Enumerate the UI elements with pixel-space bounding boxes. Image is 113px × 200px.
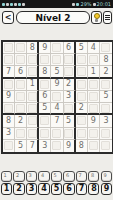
- given-digit: 6: [42, 92, 47, 100]
- cell-r9c4[interactable]: 3: [39, 140, 51, 152]
- cell-r1c1[interactable]: [3, 42, 15, 54]
- cell-r7c8[interactable]: 9: [88, 115, 100, 127]
- pencil-digit-label: 7: [78, 173, 81, 178]
- cell-r1c7[interactable]: 5: [76, 42, 88, 54]
- pencil-digit-label: 5: [53, 173, 56, 178]
- given-digit: 1: [91, 68, 96, 76]
- battery-icon: [93, 3, 96, 6]
- cell-r1c6[interactable]: 6: [64, 42, 76, 54]
- cell-r8c5[interactable]: [51, 128, 63, 140]
- empty-cell-inset: [101, 141, 110, 150]
- empty-cell-inset: [89, 129, 98, 138]
- given-digit: 1: [30, 80, 35, 88]
- digit-button-2[interactable]: 2: [13, 183, 24, 195]
- cell-r8c9[interactable]: [100, 128, 112, 140]
- digit-label: 7: [79, 185, 85, 193]
- digit-button-8[interactable]: 8: [88, 183, 99, 195]
- given-digit: 4: [54, 104, 59, 112]
- digit-numpad-row: 123456789: [1, 183, 112, 195]
- empty-cell-inset: [28, 67, 37, 76]
- cell-r8c7[interactable]: [76, 128, 88, 140]
- cell-r3c3[interactable]: [27, 66, 39, 78]
- given-digit: 2: [103, 68, 108, 76]
- cell-r3c8[interactable]: 1: [88, 66, 100, 78]
- cell-r2c9[interactable]: 8: [100, 54, 112, 66]
- cell-r1c5[interactable]: [51, 42, 63, 54]
- digit-label: 3: [29, 185, 35, 193]
- cell-r7c3[interactable]: [27, 115, 39, 127]
- pencil-button-1[interactable]: 1: [1, 171, 12, 182]
- empty-cell-inset: [52, 43, 61, 52]
- cell-r6c7[interactable]: 2: [76, 103, 88, 115]
- empty-cell-inset: [77, 80, 86, 89]
- given-digit: 9: [42, 44, 47, 52]
- digit-label: 9: [104, 185, 110, 193]
- empty-cell-inset: [40, 116, 49, 125]
- cell-r2c7[interactable]: [76, 54, 88, 66]
- header: < Nível 2: [0, 8, 113, 28]
- given-digit: 8: [30, 44, 35, 52]
- empty-cell-inset: [4, 141, 13, 150]
- empty-cell-inset: [77, 129, 86, 138]
- empty-cell-inset: [101, 80, 110, 89]
- cell-r3c6[interactable]: [64, 66, 76, 78]
- empty-cell-inset: [64, 67, 73, 76]
- given-digit: 3: [66, 92, 71, 100]
- empty-cell-inset: [77, 92, 86, 101]
- battery-percent: 29%: [80, 0, 91, 8]
- cell-r4c4[interactable]: [39, 79, 51, 91]
- cell-r7c1[interactable]: 8: [3, 115, 15, 127]
- cell-r9c9[interactable]: [100, 140, 112, 152]
- empty-cell-inset: [40, 55, 49, 64]
- cell-r6c6[interactable]: [64, 103, 76, 115]
- empty-cell-inset: [101, 129, 110, 138]
- cell-r9c7[interactable]: 8: [76, 140, 88, 152]
- cell-r7c2[interactable]: 2: [15, 115, 27, 127]
- cell-r5c6[interactable]: 3: [64, 91, 76, 103]
- pencil-button-2[interactable]: 2: [13, 171, 24, 182]
- empty-cell-inset: [52, 92, 61, 101]
- cell-r3c7[interactable]: [76, 66, 88, 78]
- cell-r9c8[interactable]: [88, 140, 100, 152]
- empty-cell-inset: [64, 104, 73, 113]
- empty-cell-inset: [64, 129, 73, 138]
- cell-r5c7[interactable]: [76, 91, 88, 103]
- cell-r1c2[interactable]: [15, 42, 27, 54]
- cell-r7c5[interactable]: 7: [51, 115, 63, 127]
- cell-r8c2[interactable]: [15, 128, 27, 140]
- cell-r6c5[interactable]: 4: [51, 103, 63, 115]
- cell-r6c8[interactable]: [88, 103, 100, 115]
- cell-r3c4[interactable]: 8: [39, 66, 51, 78]
- given-digit: 2: [18, 117, 23, 125]
- level-title-pill: Nível 2: [16, 11, 90, 24]
- cell-r8c3[interactable]: [27, 128, 39, 140]
- given-digit: 3: [6, 129, 11, 137]
- cell-r2c4[interactable]: [39, 54, 51, 66]
- pencil-button-4[interactable]: 4: [38, 171, 49, 182]
- digit-button-5[interactable]: 5: [51, 183, 62, 195]
- empty-cell-inset: [16, 104, 25, 113]
- cell-r4c8[interactable]: [88, 79, 100, 91]
- empty-cell-inset: [101, 43, 110, 52]
- empty-cell-inset: [28, 116, 37, 125]
- back-button[interactable]: <: [2, 11, 14, 24]
- cell-r7c7[interactable]: [76, 115, 88, 127]
- cell-r4c1[interactable]: [3, 79, 15, 91]
- cell-r2c6[interactable]: [64, 54, 76, 66]
- given-digit: 3: [42, 142, 47, 150]
- cell-r2c1[interactable]: [3, 54, 15, 66]
- empty-cell-inset: [40, 80, 49, 89]
- given-digit: 6: [18, 68, 23, 76]
- menu-button[interactable]: [103, 11, 112, 24]
- cell-r4c5[interactable]: 9: [51, 79, 63, 91]
- pencil-digit-label: 8: [91, 173, 94, 178]
- cell-r6c2[interactable]: [15, 103, 27, 115]
- given-digit: 8: [103, 56, 108, 64]
- digit-label: 1: [4, 185, 10, 193]
- pencil-numpad-row: 123456789: [1, 171, 112, 182]
- given-digit: 5: [79, 44, 84, 52]
- pencil-digit-label: 6: [66, 173, 69, 178]
- given-digit: 8: [79, 142, 84, 150]
- pencil-digit-label: 2: [16, 173, 19, 178]
- lightbulb-icon: [93, 13, 100, 22]
- cell-r3c1[interactable]: 7: [3, 66, 15, 78]
- given-digit: 9: [54, 80, 59, 88]
- cell-r5c9[interactable]: 5: [100, 91, 112, 103]
- given-digit: 7: [54, 117, 59, 125]
- signal-icon: [76, 3, 79, 6]
- digit-button-6[interactable]: 6: [63, 183, 74, 195]
- hint-button[interactable]: [91, 11, 102, 24]
- cell-r3c2[interactable]: 6: [15, 66, 27, 78]
- cell-r5c8[interactable]: [88, 91, 100, 103]
- cell-r2c8[interactable]: [88, 54, 100, 66]
- given-digit: 8: [42, 68, 47, 76]
- notification-icon: [6, 3, 9, 6]
- empty-cell-inset: [40, 129, 49, 138]
- given-digit: 2: [66, 80, 71, 88]
- digit-button-9[interactable]: 9: [101, 183, 112, 195]
- given-digit: 7: [6, 68, 11, 76]
- notification-icon: [18, 3, 21, 6]
- empty-cell-inset: [89, 55, 98, 64]
- empty-cell-inset: [52, 129, 61, 138]
- empty-cell-inset: [28, 92, 37, 101]
- sudoku-board: 8965487685121929635542827593357398: [1, 40, 113, 154]
- empty-cell-inset: [77, 116, 86, 125]
- pencil-button-6[interactable]: 6: [63, 171, 74, 182]
- pencil-button-9[interactable]: 9: [101, 171, 112, 182]
- pencil-button-3[interactable]: 3: [26, 171, 37, 182]
- digit-label: 8: [91, 185, 97, 193]
- given-digit: 5: [54, 68, 59, 76]
- hamburger-icon: [105, 15, 110, 20]
- given-digit: 4: [91, 44, 96, 52]
- digit-label: 5: [54, 185, 60, 193]
- digit-button-1[interactable]: 1: [1, 183, 12, 195]
- status-bar: 29% 20:01: [0, 0, 113, 8]
- cell-r7c4[interactable]: [39, 115, 51, 127]
- cell-r4c6[interactable]: 2: [64, 79, 76, 91]
- cell-r2c3[interactable]: [27, 54, 39, 66]
- cell-r8c1[interactable]: 3: [3, 128, 15, 140]
- pencil-digit-label: 1: [4, 173, 7, 178]
- given-digit: 2: [79, 104, 84, 112]
- pencil-digit-label: 9: [103, 173, 106, 178]
- empty-cell-inset: [89, 104, 98, 113]
- digit-button-4[interactable]: 4: [38, 183, 49, 195]
- cell-r5c3[interactable]: [27, 91, 39, 103]
- cell-r6c3[interactable]: [27, 103, 39, 115]
- empty-cell-inset: [16, 43, 25, 52]
- cell-r1c9[interactable]: [100, 42, 112, 54]
- empty-cell-inset: [16, 129, 25, 138]
- empty-cell-inset: [89, 141, 98, 150]
- empty-cell-inset: [16, 80, 25, 89]
- clock: 20:01: [97, 0, 111, 8]
- given-digit: 5: [66, 117, 71, 125]
- wifi-icon: [72, 3, 75, 6]
- empty-cell-inset: [89, 80, 98, 89]
- pencil-button-5[interactable]: 5: [51, 171, 62, 182]
- cell-r1c4[interactable]: 9: [39, 42, 51, 54]
- given-digit: 5: [18, 142, 23, 150]
- pencil-digit-label: 4: [41, 173, 44, 178]
- cell-r9c6[interactable]: 9: [64, 140, 76, 152]
- notification-icon: [2, 3, 5, 6]
- cell-r1c8[interactable]: 4: [88, 42, 100, 54]
- cell-r9c3[interactable]: 7: [27, 140, 39, 152]
- empty-cell-inset: [52, 141, 61, 150]
- empty-cell-inset: [4, 104, 13, 113]
- digit-button-3[interactable]: 3: [26, 183, 37, 195]
- given-digit: 9: [6, 92, 11, 100]
- empty-cell-inset: [16, 92, 25, 101]
- cell-r5c1[interactable]: 9: [3, 91, 15, 103]
- cell-r8c8[interactable]: [88, 128, 100, 140]
- back-chevron-icon: <: [5, 13, 12, 22]
- pencil-digit-label: 3: [28, 173, 31, 178]
- cell-r3c5[interactable]: 5: [51, 66, 63, 78]
- notification-icon: [14, 3, 17, 6]
- cell-r8c6[interactable]: [64, 128, 76, 140]
- cell-r5c2[interactable]: [15, 91, 27, 103]
- cell-r7c6[interactable]: 5: [64, 115, 76, 127]
- digit-label: 6: [66, 185, 72, 193]
- empty-cell-inset: [16, 55, 25, 64]
- given-digit: 5: [103, 92, 108, 100]
- pencil-button-8[interactable]: 8: [88, 171, 99, 182]
- cell-r3c9[interactable]: 2: [100, 66, 112, 78]
- cell-r4c9[interactable]: [100, 79, 112, 91]
- empty-cell-inset: [52, 55, 61, 64]
- digit-label: 4: [41, 185, 47, 193]
- empty-cell-inset: [77, 55, 86, 64]
- notification-icon: [22, 3, 25, 6]
- given-digit: 6: [66, 44, 71, 52]
- empty-cell-inset: [89, 92, 98, 101]
- cell-r9c2[interactable]: 5: [15, 140, 27, 152]
- cell-r6c1[interactable]: [3, 103, 15, 115]
- empty-cell-inset: [4, 80, 13, 89]
- empty-cell-inset: [4, 55, 13, 64]
- notification-icons: [2, 3, 25, 6]
- given-digit: 9: [66, 142, 71, 150]
- cell-r6c4[interactable]: 5: [39, 103, 51, 115]
- cell-r2c2[interactable]: [15, 54, 27, 66]
- given-digit: 9: [91, 117, 96, 125]
- cell-r7c9[interactable]: 3: [100, 115, 112, 127]
- cell-r6c9[interactable]: [100, 103, 112, 115]
- empty-cell-inset: [4, 43, 13, 52]
- cell-r2c5[interactable]: [51, 54, 63, 66]
- empty-cell-inset: [77, 67, 86, 76]
- cell-r8c4[interactable]: [39, 128, 51, 140]
- pencil-button-7[interactable]: 7: [76, 171, 87, 182]
- cell-r4c2[interactable]: [15, 79, 27, 91]
- empty-cell-inset: [28, 104, 37, 113]
- empty-cell-inset: [101, 104, 110, 113]
- empty-cell-inset: [64, 55, 73, 64]
- given-digit: 5: [42, 104, 47, 112]
- given-digit: 3: [103, 117, 108, 125]
- empty-cell-inset: [28, 129, 37, 138]
- notification-icon: [10, 3, 13, 6]
- sudoku-app-screen: 29% 20:01 < Nível 2 89654876851219296355…: [0, 0, 113, 200]
- level-title: Nível 2: [35, 13, 70, 23]
- cell-r4c7[interactable]: [76, 79, 88, 91]
- empty-cell-inset: [28, 55, 37, 64]
- cell-r4c3[interactable]: 1: [27, 79, 39, 91]
- cell-r9c5[interactable]: [51, 140, 63, 152]
- given-digit: 7: [30, 142, 35, 150]
- cell-r9c1[interactable]: [3, 140, 15, 152]
- digit-label: 2: [16, 185, 22, 193]
- cell-r1c3[interactable]: 8: [27, 42, 39, 54]
- cell-r5c4[interactable]: 6: [39, 91, 51, 103]
- status-indicators: 29% 20:01: [72, 0, 111, 8]
- given-digit: 8: [6, 117, 11, 125]
- cell-r5c5[interactable]: [51, 91, 63, 103]
- digit-button-7[interactable]: 7: [76, 183, 87, 195]
